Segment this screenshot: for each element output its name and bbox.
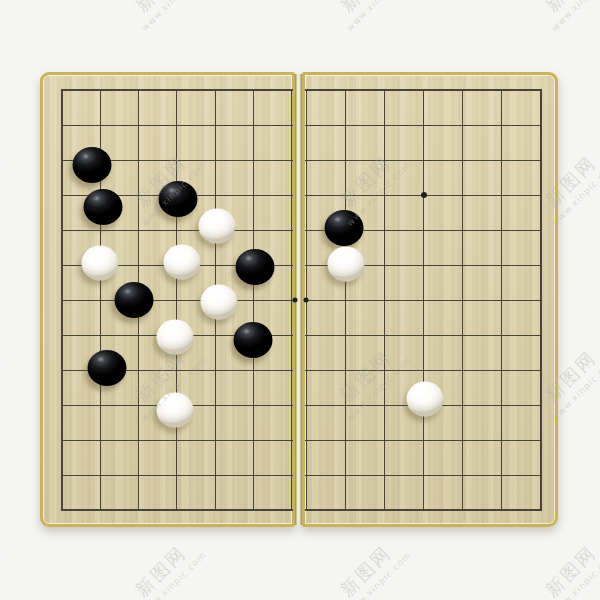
watermark-site-url: www.xinpic.com (0, 550, 3, 600)
watermark-site-url: www.xinpic.com (140, 0, 209, 33)
watermark-site-url: www.xinpic.com (0, 0, 3, 33)
watermark-site-url: www.xinpic.com (0, 160, 3, 229)
watermark-site-name: 新图网 (532, 0, 600, 25)
watermark-tile: 新图网www.xinpic.com (532, 532, 600, 600)
watermark-site-name: 新图网 (122, 532, 200, 600)
watermark-site-url: www.xinpic.com (345, 550, 414, 600)
watermark-site-url: www.xinpic.com (140, 550, 209, 600)
watermark-tile: 新图网www.xinpic.com (122, 532, 208, 600)
watermark-tile: 新图网www.xinpic.com (0, 0, 3, 33)
watermark-site-url: www.xinpic.com (550, 0, 600, 33)
watermark-tile: 新图网www.xinpic.com (0, 532, 3, 600)
watermark-tile: 新图网www.xinpic.com (122, 0, 208, 33)
watermark-tile: 新图网www.xinpic.com (327, 532, 413, 600)
watermark-tile: 新图网www.xinpic.com (327, 0, 413, 33)
watermark-site-name: 新图网 (327, 532, 405, 600)
watermark-site-name: 新图网 (532, 532, 600, 600)
watermark-tile: 新图网www.xinpic.com (0, 337, 3, 423)
watermark-site-url: www.xinpic.com (0, 355, 3, 424)
go-board-right-half (302, 72, 558, 527)
board-hinge (295, 74, 302, 525)
watermark-site-url: www.xinpic.com (345, 0, 414, 33)
watermark-tile: 新图网www.xinpic.com (0, 142, 3, 228)
watermark-site-name: 新图网 (122, 0, 200, 25)
watermark-site-url: www.xinpic.com (550, 550, 600, 600)
go-board-left-half (40, 72, 295, 527)
watermark-site-name: 新图网 (327, 0, 405, 25)
stock-photo-go-board: 新图网www.xinpic.com新图网www.xinpic.com新图网www… (0, 0, 600, 600)
watermark-tile: 新图网www.xinpic.com (532, 0, 600, 33)
